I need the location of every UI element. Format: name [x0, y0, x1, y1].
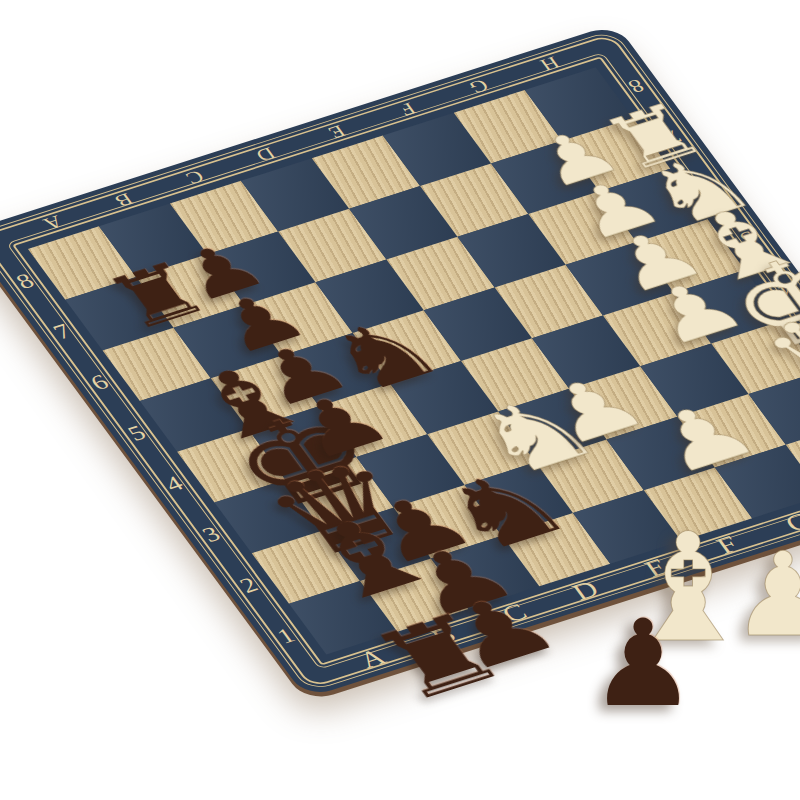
offboard-black-pawn: ♟: [589, 604, 697, 724]
offboard-white-pawn: ♟: [731, 537, 800, 653]
photo-canvas: ABCDEFGHABCDEFGH8765432187654321 ♜♟♟♜♟♟♞…: [0, 0, 800, 800]
